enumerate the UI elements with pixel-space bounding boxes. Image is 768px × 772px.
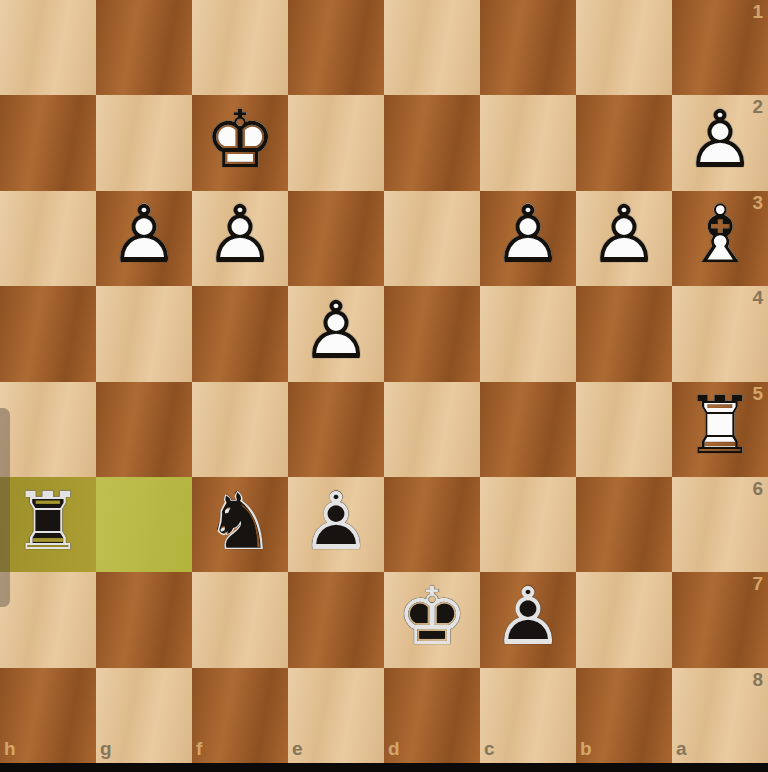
square-h1[interactable] <box>0 0 96 95</box>
file-label-d: d <box>388 738 400 760</box>
square-a1[interactable]: 1 <box>672 0 768 95</box>
square-g8[interactable]: g <box>96 668 192 763</box>
square-a7[interactable]: 7 <box>672 572 768 667</box>
square-a3[interactable]: ♝♗3 <box>672 191 768 286</box>
white-pawn-b3[interactable]: ♟♙ <box>576 191 672 286</box>
square-g2[interactable] <box>96 95 192 190</box>
white-bishop-detail: ♗ <box>672 195 768 275</box>
square-d2[interactable] <box>384 95 480 190</box>
square-f7[interactable] <box>192 572 288 667</box>
square-h2[interactable] <box>0 95 96 190</box>
rank-label-1: 1 <box>752 1 763 23</box>
square-f1[interactable] <box>192 0 288 95</box>
square-c4[interactable] <box>480 286 576 381</box>
square-a5[interactable]: ♜♖5 <box>672 382 768 477</box>
white-pawn-detail: ♙ <box>672 100 768 180</box>
square-f2[interactable]: ♚♔ <box>192 95 288 190</box>
square-e7[interactable] <box>288 572 384 667</box>
square-b8[interactable]: b <box>576 668 672 763</box>
rank-label-6: 6 <box>752 478 763 500</box>
square-b6[interactable] <box>576 477 672 572</box>
square-e8[interactable]: e <box>288 668 384 763</box>
square-e4[interactable]: ♟♙ <box>288 286 384 381</box>
square-a6[interactable]: 6 <box>672 477 768 572</box>
square-c6[interactable] <box>480 477 576 572</box>
square-c5[interactable] <box>480 382 576 477</box>
white-pawn-c3[interactable]: ♟♙ <box>480 191 576 286</box>
square-g4[interactable] <box>96 286 192 381</box>
file-label-g: g <box>100 738 112 760</box>
square-e3[interactable] <box>288 191 384 286</box>
square-e5[interactable] <box>288 382 384 477</box>
rank-label-7: 7 <box>752 573 763 595</box>
square-g6[interactable] <box>96 477 192 572</box>
square-g3[interactable]: ♟♙ <box>96 191 192 286</box>
square-h7[interactable] <box>0 572 96 667</box>
square-h6[interactable]: ♜♖ <box>0 477 96 572</box>
black-pawn-detail: ♙ <box>480 577 576 657</box>
square-a8[interactable]: 8a <box>672 668 768 763</box>
file-label-a: a <box>676 738 687 760</box>
white-bishop-a3[interactable]: ♝♗ <box>672 191 768 286</box>
square-b7[interactable] <box>576 572 672 667</box>
square-h4[interactable] <box>0 286 96 381</box>
white-pawn-a2[interactable]: ♟♙ <box>672 95 768 190</box>
white-pawn-detail: ♙ <box>576 195 672 275</box>
black-rook-detail: ♖ <box>0 481 96 561</box>
white-pawn-detail: ♙ <box>192 195 288 275</box>
white-king-f2[interactable]: ♚♔ <box>192 95 288 190</box>
white-rook-detail: ♖ <box>672 386 768 466</box>
white-pawn-detail: ♙ <box>480 195 576 275</box>
white-pawn-g3[interactable]: ♟♙ <box>96 191 192 286</box>
square-g5[interactable] <box>96 382 192 477</box>
square-g1[interactable] <box>96 0 192 95</box>
black-pawn-c7[interactable]: ♟♙ <box>480 572 576 667</box>
square-b1[interactable] <box>576 0 672 95</box>
square-d3[interactable] <box>384 191 480 286</box>
square-a2[interactable]: ♟♙2 <box>672 95 768 190</box>
black-king-d7[interactable]: ♚♔ <box>384 572 480 667</box>
square-f5[interactable] <box>192 382 288 477</box>
square-e2[interactable] <box>288 95 384 190</box>
square-a4[interactable]: 4 <box>672 286 768 381</box>
chess-board: 1♚♔♟♙2♟♙♟♙♟♙♟♙♝♗3♟♙4♜♖5♜♖♞♘♟♙6♚♔♟♙7hgfed… <box>0 0 768 763</box>
square-c3[interactable]: ♟♙ <box>480 191 576 286</box>
square-b5[interactable] <box>576 382 672 477</box>
square-f8[interactable]: f <box>192 668 288 763</box>
rank-label-4: 4 <box>752 287 763 309</box>
square-c7[interactable]: ♟♙ <box>480 572 576 667</box>
white-king-detail: ♔ <box>192 100 288 180</box>
square-e1[interactable] <box>288 0 384 95</box>
file-label-c: c <box>484 738 495 760</box>
chess-app-screen: 1♚♔♟♙2♟♙♟♙♟♙♟♙♝♗3♟♙4♜♖5♜♖♞♘♟♙6♚♔♟♙7hgfed… <box>0 0 768 772</box>
square-f3[interactable]: ♟♙ <box>192 191 288 286</box>
square-b3[interactable]: ♟♙ <box>576 191 672 286</box>
file-label-f: f <box>196 738 202 760</box>
file-label-b: b <box>580 738 592 760</box>
square-g7[interactable] <box>96 572 192 667</box>
square-h8[interactable]: h <box>0 668 96 763</box>
white-pawn-e4[interactable]: ♟♙ <box>288 286 384 381</box>
black-king-detail: ♔ <box>384 577 480 657</box>
file-label-h: h <box>4 738 16 760</box>
square-d7[interactable]: ♚♔ <box>384 572 480 667</box>
black-knight-detail: ♘ <box>192 481 288 561</box>
square-c1[interactable] <box>480 0 576 95</box>
square-d5[interactable] <box>384 382 480 477</box>
black-rook-h6[interactable]: ♜♖ <box>0 477 96 572</box>
bottom-bar <box>0 763 768 772</box>
white-rook-a5[interactable]: ♜♖ <box>672 382 768 477</box>
square-e6[interactable]: ♟♙ <box>288 477 384 572</box>
white-pawn-f3[interactable]: ♟♙ <box>192 191 288 286</box>
square-d4[interactable] <box>384 286 480 381</box>
square-f4[interactable] <box>192 286 288 381</box>
black-knight-f6[interactable]: ♞♘ <box>192 477 288 572</box>
square-b2[interactable] <box>576 95 672 190</box>
white-pawn-detail: ♙ <box>96 195 192 275</box>
file-label-e: e <box>292 738 303 760</box>
black-pawn-detail: ♙ <box>288 481 384 561</box>
square-c8[interactable]: c <box>480 668 576 763</box>
square-d6[interactable] <box>384 477 480 572</box>
scrollbar-thumb[interactable] <box>0 408 10 607</box>
square-h5[interactable] <box>0 382 96 477</box>
black-pawn-e6[interactable]: ♟♙ <box>288 477 384 572</box>
square-b4[interactable] <box>576 286 672 381</box>
square-h3[interactable] <box>0 191 96 286</box>
square-d8[interactable]: d <box>384 668 480 763</box>
square-f6[interactable]: ♞♘ <box>192 477 288 572</box>
rank-label-8: 8 <box>752 669 763 691</box>
square-d1[interactable] <box>384 0 480 95</box>
white-pawn-detail: ♙ <box>288 291 384 371</box>
square-c2[interactable] <box>480 95 576 190</box>
